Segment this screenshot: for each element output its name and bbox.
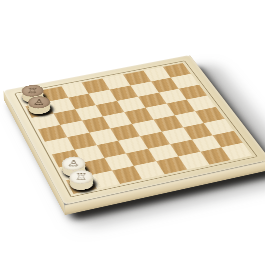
piece-disc-top: ♖ <box>67 169 95 186</box>
rook-glyph-icon: ♖ <box>21 85 43 96</box>
piece-disc-top: ♙ <box>26 95 52 110</box>
piece-black-pawn-a7[interactable]: ♙ <box>26 102 52 117</box>
pawn-glyph-icon: ♙ <box>28 97 50 108</box>
pawn-glyph-icon: ♙ <box>62 157 85 170</box>
product-photo-scene: ♖♘♗♕♔♗♘♖♙♙♙♙♙♙♙♙♙♙♙♙♙♙♙♙♖♘♗♕♔♗♘♖ <box>0 0 265 265</box>
chess-board: ♖♘♗♕♔♗♘♖♙♙♙♙♙♙♙♙♙♙♙♙♙♙♙♙♖♘♗♕♔♗♘♖ <box>3 55 265 205</box>
rook-glyph-icon: ♖ <box>70 170 93 183</box>
